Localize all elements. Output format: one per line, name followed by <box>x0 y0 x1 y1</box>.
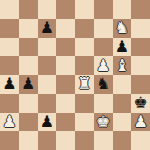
square-c5[interactable] <box>38 56 57 75</box>
black-pawn-c2[interactable]: ♟ <box>40 113 54 129</box>
square-b2[interactable] <box>19 113 38 132</box>
square-c8[interactable] <box>38 0 57 19</box>
black-knight-f4[interactable]: ♞ <box>96 76 110 92</box>
square-h8[interactable] <box>131 0 150 19</box>
square-a4[interactable]: ♟ <box>0 75 19 94</box>
square-b1[interactable] <box>19 131 38 150</box>
square-h7[interactable] <box>131 19 150 38</box>
square-c4[interactable] <box>38 75 57 94</box>
square-e7[interactable] <box>75 19 94 38</box>
black-pawn-b4[interactable]: ♟ <box>21 76 35 92</box>
square-h4[interactable] <box>131 75 150 94</box>
square-e8[interactable] <box>75 0 94 19</box>
white-rook-e4[interactable]: ♜ <box>77 76 91 92</box>
black-pawn-g6[interactable]: ♟ <box>115 38 129 54</box>
square-c7[interactable]: ♟ <box>38 19 57 38</box>
square-g6[interactable]: ♟ <box>113 38 132 57</box>
square-e1[interactable] <box>75 131 94 150</box>
white-pawn-h2[interactable]: ♟ <box>133 113 147 129</box>
square-b5[interactable] <box>19 56 38 75</box>
square-c2[interactable]: ♟ <box>38 113 57 132</box>
square-g3[interactable] <box>113 94 132 113</box>
square-a6[interactable] <box>0 38 19 57</box>
black-king-h3[interactable]: ♚ <box>133 95 147 111</box>
square-f7[interactable] <box>94 19 113 38</box>
white-king-f2[interactable]: ♚ <box>96 113 110 129</box>
square-g8[interactable] <box>113 0 132 19</box>
square-b8[interactable] <box>19 0 38 19</box>
square-c3[interactable] <box>38 94 57 113</box>
square-b3[interactable] <box>19 94 38 113</box>
chess-board: ♟♞♟♟♝♟♟♜♞♚♟♟♚♟ <box>0 0 150 150</box>
square-f6[interactable] <box>94 38 113 57</box>
square-f2[interactable]: ♚ <box>94 113 113 132</box>
square-g1[interactable] <box>113 131 132 150</box>
square-h3[interactable]: ♚ <box>131 94 150 113</box>
square-d8[interactable] <box>56 0 75 19</box>
square-d7[interactable] <box>56 19 75 38</box>
square-e6[interactable] <box>75 38 94 57</box>
square-g2[interactable] <box>113 113 132 132</box>
square-b6[interactable] <box>19 38 38 57</box>
square-d4[interactable] <box>56 75 75 94</box>
square-b4[interactable]: ♟ <box>19 75 38 94</box>
square-a7[interactable] <box>0 19 19 38</box>
square-h5[interactable] <box>131 56 150 75</box>
square-f5[interactable]: ♟ <box>94 56 113 75</box>
square-g7[interactable]: ♞ <box>113 19 132 38</box>
square-h2[interactable]: ♟ <box>131 113 150 132</box>
square-b7[interactable] <box>19 19 38 38</box>
white-bishop-g5[interactable]: ♝ <box>115 57 129 73</box>
square-a8[interactable] <box>0 0 19 19</box>
square-e4[interactable]: ♜ <box>75 75 94 94</box>
white-knight-g7[interactable]: ♞ <box>115 20 129 36</box>
square-a5[interactable] <box>0 56 19 75</box>
square-e2[interactable] <box>75 113 94 132</box>
black-pawn-a4[interactable]: ♟ <box>2 76 16 92</box>
square-d3[interactable] <box>56 94 75 113</box>
square-d6[interactable] <box>56 38 75 57</box>
square-g4[interactable] <box>113 75 132 94</box>
square-d5[interactable] <box>56 56 75 75</box>
square-g5[interactable]: ♝ <box>113 56 132 75</box>
square-h1[interactable] <box>131 131 150 150</box>
square-a2[interactable]: ♟ <box>0 113 19 132</box>
square-f8[interactable] <box>94 0 113 19</box>
square-e5[interactable] <box>75 56 94 75</box>
square-e3[interactable] <box>75 94 94 113</box>
white-pawn-a2[interactable]: ♟ <box>2 113 16 129</box>
square-a1[interactable] <box>0 131 19 150</box>
square-h6[interactable] <box>131 38 150 57</box>
square-f3[interactable] <box>94 94 113 113</box>
square-d2[interactable] <box>56 113 75 132</box>
square-c6[interactable] <box>38 38 57 57</box>
square-a3[interactable] <box>0 94 19 113</box>
black-pawn-c7[interactable]: ♟ <box>40 20 54 36</box>
white-pawn-f5[interactable]: ♟ <box>96 57 110 73</box>
square-f1[interactable] <box>94 131 113 150</box>
square-f4[interactable]: ♞ <box>94 75 113 94</box>
square-c1[interactable] <box>38 131 57 150</box>
square-d1[interactable] <box>56 131 75 150</box>
